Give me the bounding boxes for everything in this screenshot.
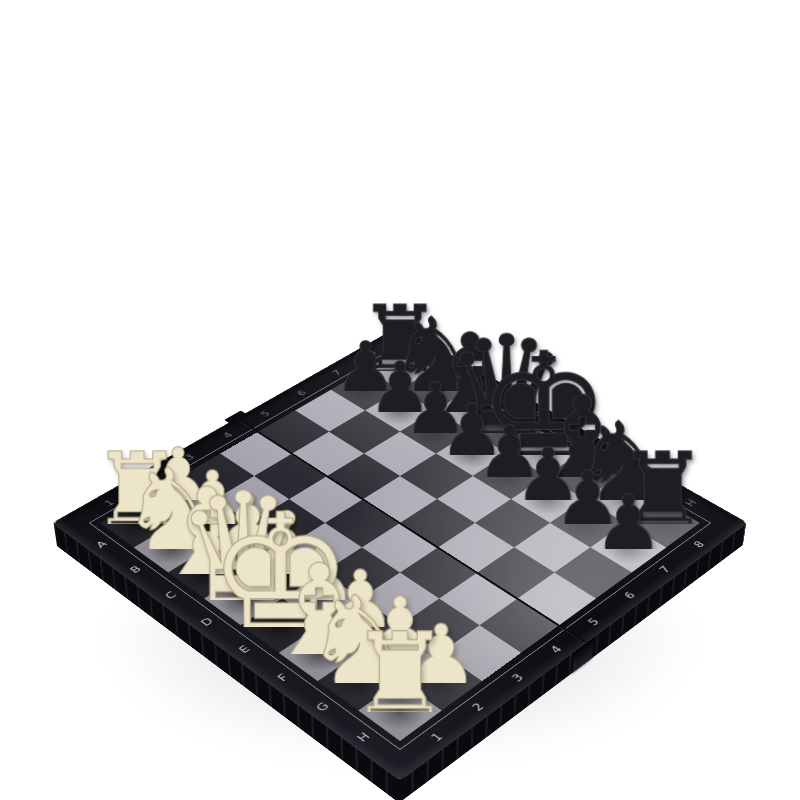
product-photo: ♜♞♝♛♚♝♞♜♟♟♟♟♟♟♟♟♟♟♟♟♟♟♟♟♜♞♝♛♚♝♞♜ ABCDEFG… — [0, 0, 800, 800]
piece-glyph: ♜ — [300, 596, 500, 711]
playing-area: ♜♞♝♛♚♝♞♜♟♟♟♟♟♟♟♟♟♟♟♟♟♟♟♟♜♞♝♛♚♝♞♜ — [100, 350, 700, 741]
scene: ♜♞♝♛♚♝♞♜♟♟♟♟♟♟♟♟♟♟♟♟♟♟♟♟♜♞♝♛♚♝♞♜ ABCDEFG… — [0, 0, 800, 800]
piece-glyph: ♟ — [537, 470, 720, 547]
board-frame: ♜♞♝♛♚♝♞♜♟♟♟♟♟♟♟♟♟♟♟♟♟♟♟♟♜♞♝♛♚♝♞♜ ABCDEFG… — [52, 325, 748, 781]
chess-board: ♜♞♝♛♚♝♞♜♟♟♟♟♟♟♟♟♟♟♟♟♟♟♟♟♜♞♝♛♚♝♞♜ ABCDEFG… — [54, 325, 747, 778]
